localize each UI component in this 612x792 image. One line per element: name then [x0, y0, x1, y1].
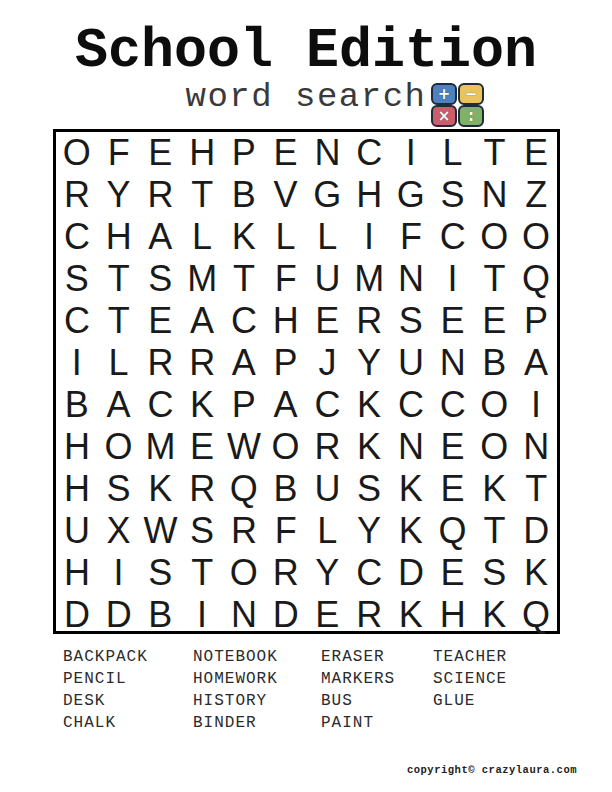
grid-cell-r9c5[interactable]: Q: [223, 468, 265, 510]
grid-cell-r5c5[interactable]: C: [223, 300, 265, 342]
grid-cell-r6c1[interactable]: I: [56, 342, 98, 384]
grid-cell-r4c2[interactable]: T: [98, 258, 140, 300]
grid-cell-r8c1[interactable]: H: [56, 426, 98, 468]
page-subtitle: word search: [0, 80, 612, 114]
grid-cell-r1c5[interactable]: P: [223, 132, 265, 174]
grid-cell-r8c9[interactable]: N: [390, 426, 432, 468]
grid-cell-r9c9[interactable]: K: [390, 468, 432, 510]
grid-cell-r7c10[interactable]: C: [432, 384, 474, 426]
multiply-glyph: ×: [438, 109, 451, 124]
grid-cell-r3c2[interactable]: H: [98, 216, 140, 258]
multiply-icon: ×: [431, 105, 457, 127]
grid-cell-r5c7[interactable]: E: [307, 300, 349, 342]
grid-cell-r11c11[interactable]: S: [474, 552, 516, 594]
grid-cell-r6c7[interactable]: J: [307, 342, 349, 384]
grid-cell-r10c10[interactable]: Q: [432, 510, 474, 552]
grid-cell-r2c12[interactable]: Z: [515, 174, 557, 216]
word-item-chalk: CHALK: [63, 712, 193, 734]
grid-cell-r8c10[interactable]: E: [432, 426, 474, 468]
grid-cell-r9c11[interactable]: K: [474, 468, 516, 510]
word-list-column-2: NOTEBOOKHOMEWORKHISTORYBINDER: [193, 646, 321, 734]
grid-cell-r11c10[interactable]: E: [432, 552, 474, 594]
grid-cell-r12c7[interactable]: E: [307, 594, 349, 636]
grid-cell-r7c12[interactable]: I: [515, 384, 557, 426]
grid-cell-r2c4[interactable]: T: [181, 174, 223, 216]
grid-cell-r9c12[interactable]: T: [515, 468, 557, 510]
grid-cell-r10c6[interactable]: F: [265, 510, 307, 552]
word-item-pencil: PENCIL: [63, 668, 193, 690]
grid-cell-r6c4[interactable]: R: [181, 342, 223, 384]
grid-cell-r8c12[interactable]: N: [515, 426, 557, 468]
word-item-binder: BINDER: [193, 712, 321, 734]
word-list-column-3: ERASERMARKERSBUSPAINT: [321, 646, 433, 734]
grid-cell-r4c6[interactable]: F: [265, 258, 307, 300]
grid-cell-r10c9[interactable]: K: [390, 510, 432, 552]
grid-cell-r12c1[interactable]: D: [56, 594, 98, 636]
minus-glyph: −: [465, 87, 478, 102]
grid-cell-r6c8[interactable]: Y: [348, 342, 390, 384]
grid-cell-r7c5[interactable]: P: [223, 384, 265, 426]
grid-cell-r2c2[interactable]: Y: [98, 174, 140, 216]
grid-cell-r6c3[interactable]: R: [140, 342, 182, 384]
grid-cell-r12c8[interactable]: R: [348, 594, 390, 636]
grid-cell-r6c11[interactable]: B: [474, 342, 516, 384]
grid-cell-r9c10[interactable]: E: [432, 468, 474, 510]
grid-cell-r11c6[interactable]: R: [265, 552, 307, 594]
word-item-bus: BUS: [321, 690, 433, 712]
grid-cell-r7c3[interactable]: C: [140, 384, 182, 426]
grid-cell-r7c2[interactable]: A: [98, 384, 140, 426]
grid-cell-r12c3[interactable]: B: [140, 594, 182, 636]
word-item-notebook: NOTEBOOK: [193, 646, 321, 668]
divide-glyph: :: [468, 109, 474, 124]
word-item-backpack: BACKPACK: [63, 646, 193, 668]
grid-cell-r8c11[interactable]: O: [474, 426, 516, 468]
grid-cell-r1c1[interactable]: O: [56, 132, 98, 174]
grid-cell-r5c10[interactable]: E: [432, 300, 474, 342]
grid-cell-r6c6[interactable]: P: [265, 342, 307, 384]
word-item-desk: DESK: [63, 690, 193, 712]
grid-cell-r4c12[interactable]: Q: [515, 258, 557, 300]
grid-cell-r8c7[interactable]: R: [307, 426, 349, 468]
grid-cell-r9c7[interactable]: U: [307, 468, 349, 510]
grid-frame: OFEHPENCILTERYRTBVGHGSNZCHALKLLIFCOOSTSM…: [53, 129, 560, 634]
grid-cell-r11c3[interactable]: S: [140, 552, 182, 594]
grid-cell-r2c7[interactable]: G: [307, 174, 349, 216]
grid-cell-r4c7[interactable]: U: [307, 258, 349, 300]
grid-cell-r5c9[interactable]: S: [390, 300, 432, 342]
word-item-science: SCIENCE: [433, 668, 563, 690]
grid-cell-r10c11[interactable]: T: [474, 510, 516, 552]
word-item-paint: PAINT: [321, 712, 433, 734]
grid-cell-r12c2[interactable]: D: [98, 594, 140, 636]
grid-cell-r11c9[interactable]: D: [390, 552, 432, 594]
plus-glyph: +: [438, 87, 451, 102]
divide-icon: :: [458, 105, 484, 127]
grid-cell-r8c5[interactable]: W: [223, 426, 265, 468]
grid-cell-r9c6[interactable]: B: [265, 468, 307, 510]
grid-cell-r10c1[interactable]: U: [56, 510, 98, 552]
grid-cell-r8c3[interactable]: M: [140, 426, 182, 468]
grid-cell-r12c5[interactable]: N: [223, 594, 265, 636]
word-search-page: School Edition word search +−×: OFEHPENC…: [0, 0, 612, 792]
grid-cell-r8c8[interactable]: K: [348, 426, 390, 468]
grid-cell-r1c8[interactable]: C: [348, 132, 390, 174]
grid-cell-r2c3[interactable]: R: [140, 174, 182, 216]
grid-cell-r11c5[interactable]: O: [223, 552, 265, 594]
grid-cell-r1c12[interactable]: E: [515, 132, 557, 174]
grid-cell-r1c7[interactable]: N: [307, 132, 349, 174]
grid-cell-r10c5[interactable]: R: [223, 510, 265, 552]
grid-cell-r5c1[interactable]: C: [56, 300, 98, 342]
grid-cell-r1c2[interactable]: F: [98, 132, 140, 174]
word-list-column-4: TEACHERSCIENCEGLUE: [433, 646, 563, 734]
grid-cell-r3c8[interactable]: I: [348, 216, 390, 258]
grid-cell-r10c7[interactable]: L: [307, 510, 349, 552]
grid-cell-r6c12[interactable]: A: [515, 342, 557, 384]
grid-cell-r9c4[interactable]: R: [181, 468, 223, 510]
grid-cell-r3c3[interactable]: A: [140, 216, 182, 258]
grid-cell-r5c2[interactable]: T: [98, 300, 140, 342]
word-item-history: HISTORY: [193, 690, 321, 712]
grid-cell-r3c11[interactable]: O: [474, 216, 516, 258]
grid-cell-r4c8[interactable]: M: [348, 258, 390, 300]
grid-cell-r2c6[interactable]: V: [265, 174, 307, 216]
grid-cell-r2c10[interactable]: S: [432, 174, 474, 216]
word-search-grid: OFEHPENCILTERYRTBVGHGSNZCHALKLLIFCOOSTSM…: [56, 132, 557, 631]
plus-icon: +: [431, 83, 457, 105]
grid-cell-r2c11[interactable]: N: [474, 174, 516, 216]
grid-cell-r11c12[interactable]: K: [515, 552, 557, 594]
grid-cell-r2c9[interactable]: G: [390, 174, 432, 216]
grid-cell-r12c6[interactable]: D: [265, 594, 307, 636]
grid-cell-r12c10[interactable]: H: [432, 594, 474, 636]
grid-cell-r1c9[interactable]: I: [390, 132, 432, 174]
grid-cell-r5c12[interactable]: P: [515, 300, 557, 342]
grid-cell-r11c1[interactable]: H: [56, 552, 98, 594]
grid-cell-r10c12[interactable]: D: [515, 510, 557, 552]
grid-cell-r1c3[interactable]: E: [140, 132, 182, 174]
grid-cell-r6c9[interactable]: U: [390, 342, 432, 384]
grid-cell-r9c1[interactable]: H: [56, 468, 98, 510]
grid-cell-r4c11[interactable]: T: [474, 258, 516, 300]
grid-cell-r7c11[interactable]: O: [474, 384, 516, 426]
grid-cell-r11c4[interactable]: T: [181, 552, 223, 594]
grid-cell-r7c8[interactable]: K: [348, 384, 390, 426]
grid-cell-r1c6[interactable]: E: [265, 132, 307, 174]
word-item-homework: HOMEWORK: [193, 668, 321, 690]
grid-cell-r12c11[interactable]: K: [474, 594, 516, 636]
grid-cell-r10c4[interactable]: S: [181, 510, 223, 552]
word-item-eraser: ERASER: [321, 646, 433, 668]
grid-cell-r5c4[interactable]: A: [181, 300, 223, 342]
grid-cell-r1c10[interactable]: L: [432, 132, 474, 174]
grid-cell-r3c6[interactable]: L: [265, 216, 307, 258]
grid-cell-r9c2[interactable]: S: [98, 468, 140, 510]
grid-cell-r3c7[interactable]: L: [307, 216, 349, 258]
grid-cell-r11c2[interactable]: I: [98, 552, 140, 594]
grid-cell-r12c12[interactable]: Q: [515, 594, 557, 636]
word-item-glue: GLUE: [433, 690, 563, 712]
word-list: BACKPACKPENCILDESKCHALKNOTEBOOKHOMEWORKH…: [63, 646, 563, 734]
grid-cell-r4c1[interactable]: S: [56, 258, 98, 300]
grid-cell-r12c4[interactable]: I: [181, 594, 223, 636]
grid-cell-r4c9[interactable]: N: [390, 258, 432, 300]
grid-cell-r3c9[interactable]: F: [390, 216, 432, 258]
grid-cell-r10c3[interactable]: W: [140, 510, 182, 552]
grid-cell-r3c5[interactable]: K: [223, 216, 265, 258]
word-item-teacher: TEACHER: [433, 646, 563, 668]
grid-cell-r9c8[interactable]: S: [348, 468, 390, 510]
grid-cell-r9c3[interactable]: K: [140, 468, 182, 510]
grid-cell-r7c4[interactable]: K: [181, 384, 223, 426]
grid-cell-r2c5[interactable]: B: [223, 174, 265, 216]
grid-cell-r4c3[interactable]: S: [140, 258, 182, 300]
grid-cell-r6c10[interactable]: N: [432, 342, 474, 384]
word-item-markers: MARKERS: [321, 668, 433, 690]
grid-cell-r1c4[interactable]: H: [181, 132, 223, 174]
grid-cell-r10c8[interactable]: Y: [348, 510, 390, 552]
grid-cell-r12c9[interactable]: K: [390, 594, 432, 636]
word-list-column-1: BACKPACKPENCILDESKCHALK: [63, 646, 193, 734]
grid-cell-r3c12[interactable]: O: [515, 216, 557, 258]
grid-cell-r11c8[interactable]: C: [348, 552, 390, 594]
grid-cell-r10c2[interactable]: X: [98, 510, 140, 552]
grid-cell-r8c2[interactable]: O: [98, 426, 140, 468]
grid-cell-r3c4[interactable]: L: [181, 216, 223, 258]
grid-cell-r5c11[interactable]: E: [474, 300, 516, 342]
grid-cell-r8c6[interactable]: O: [265, 426, 307, 468]
grid-cell-r3c1[interactable]: C: [56, 216, 98, 258]
grid-cell-r8c4[interactable]: E: [181, 426, 223, 468]
grid-cell-r4c5[interactable]: T: [223, 258, 265, 300]
grid-cell-r2c8[interactable]: H: [348, 174, 390, 216]
grid-cell-r2c1[interactable]: R: [56, 174, 98, 216]
grid-cell-r4c4[interactable]: M: [181, 258, 223, 300]
grid-cell-r4c10[interactable]: I: [432, 258, 474, 300]
grid-cell-r1c11[interactable]: T: [474, 132, 516, 174]
minus-icon: −: [458, 83, 484, 105]
grid-cell-r6c2[interactable]: L: [98, 342, 140, 384]
grid-cell-r11c7[interactable]: Y: [307, 552, 349, 594]
grid-cell-r7c6[interactable]: A: [265, 384, 307, 426]
grid-cell-r7c9[interactable]: C: [390, 384, 432, 426]
copyright-text: copyright© crazylaura.com: [407, 764, 577, 776]
grid-cell-r5c6[interactable]: H: [265, 300, 307, 342]
grid-cell-r5c8[interactable]: R: [348, 300, 390, 342]
grid-cell-r7c7[interactable]: C: [307, 384, 349, 426]
page-title: School Edition: [0, 24, 612, 79]
grid-cell-r7c1[interactable]: B: [56, 384, 98, 426]
grid-cell-r5c3[interactable]: E: [140, 300, 182, 342]
grid-cell-r3c10[interactable]: C: [432, 216, 474, 258]
grid-cell-r6c5[interactable]: A: [223, 342, 265, 384]
math-operations-icon: +−×:: [431, 83, 483, 125]
